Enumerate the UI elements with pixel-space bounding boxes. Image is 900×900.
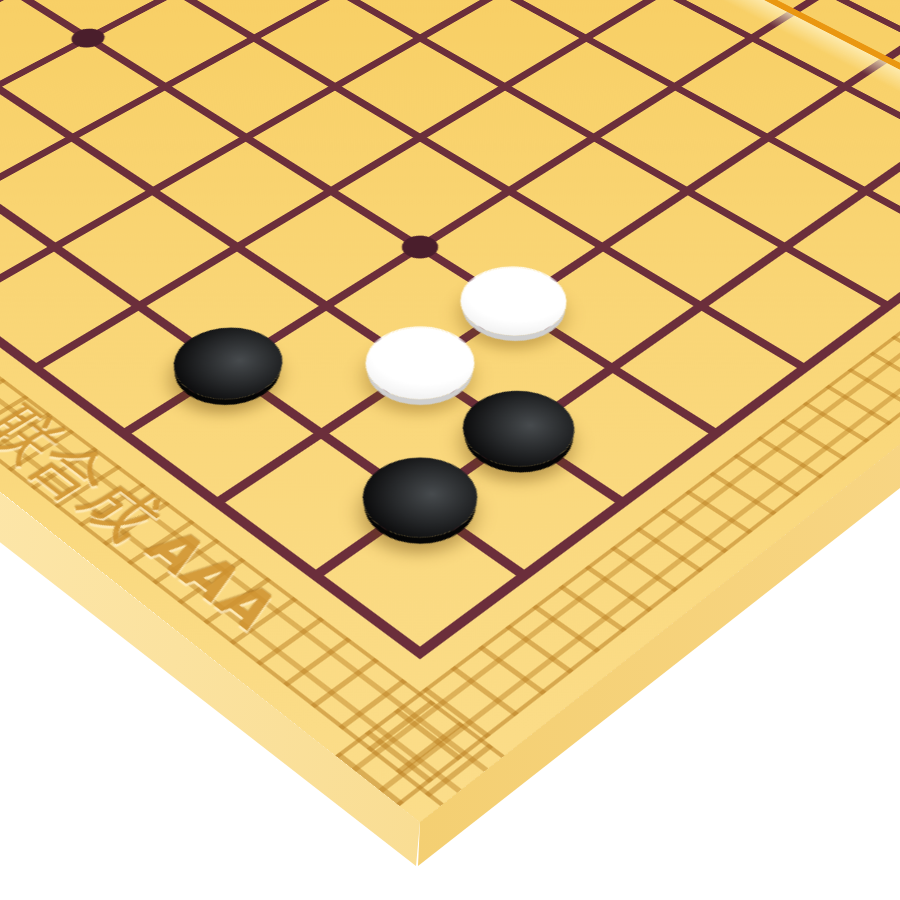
photo-background: 联合成AAA: [0, 0, 900, 900]
board-surface[interactable]: 联合成AAA: [0, 0, 900, 822]
